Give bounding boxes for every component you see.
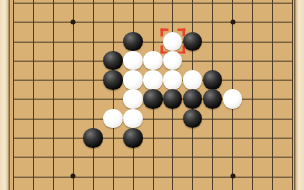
board-intersection[interactable] bbox=[183, 70, 203, 89]
board-intersection[interactable] bbox=[203, 32, 223, 51]
board-intersection[interactable] bbox=[23, 109, 43, 128]
board-intersection[interactable] bbox=[103, 12, 123, 31]
board-intersection[interactable] bbox=[63, 51, 83, 70]
board-intersection[interactable] bbox=[43, 147, 63, 166]
board-intersection[interactable] bbox=[183, 128, 203, 147]
board-intersection[interactable] bbox=[23, 0, 43, 12]
board-intersection[interactable] bbox=[63, 32, 83, 51]
board-intersection[interactable] bbox=[203, 109, 223, 128]
board-intersection[interactable] bbox=[203, 147, 223, 166]
board-intersection[interactable] bbox=[222, 51, 242, 70]
board-intersection[interactable] bbox=[222, 147, 242, 166]
board-intersection[interactable] bbox=[103, 128, 123, 147]
white-stone bbox=[143, 70, 163, 90]
white-stone bbox=[183, 70, 203, 90]
board-intersection[interactable] bbox=[183, 12, 203, 31]
board-intersection[interactable] bbox=[143, 70, 163, 89]
board-intersection[interactable] bbox=[183, 32, 203, 51]
board-intersection[interactable] bbox=[123, 147, 143, 166]
white-stone bbox=[143, 51, 163, 71]
board-intersection[interactable] bbox=[242, 51, 262, 70]
board-intersection[interactable] bbox=[203, 70, 223, 89]
board-intersection[interactable] bbox=[103, 32, 123, 51]
board-intersection[interactable] bbox=[23, 70, 43, 89]
board-intersection[interactable] bbox=[222, 128, 242, 147]
board-intersection[interactable] bbox=[63, 12, 83, 31]
black-stone bbox=[83, 128, 103, 148]
board-intersection[interactable] bbox=[83, 109, 103, 128]
board-intersection[interactable] bbox=[262, 0, 282, 12]
board-intersection[interactable] bbox=[222, 70, 242, 89]
board-intersection[interactable] bbox=[43, 32, 63, 51]
board-intersection[interactable] bbox=[43, 167, 63, 186]
board-intersection[interactable] bbox=[43, 51, 63, 70]
board-intersection[interactable] bbox=[242, 128, 262, 147]
stones-layer bbox=[3, 0, 302, 186]
board-intersection[interactable] bbox=[83, 51, 103, 70]
board-intersection[interactable] bbox=[23, 12, 43, 31]
black-stone bbox=[183, 32, 203, 52]
white-stone bbox=[123, 70, 143, 90]
board-intersection[interactable] bbox=[222, 167, 242, 186]
board-intersection[interactable] bbox=[123, 0, 143, 12]
board-intersection[interactable] bbox=[83, 32, 103, 51]
board-intersection[interactable] bbox=[123, 167, 143, 186]
board-intersection[interactable] bbox=[183, 167, 203, 186]
board-intersection[interactable] bbox=[183, 0, 203, 12]
board-intersection[interactable] bbox=[203, 128, 223, 147]
board-intersection[interactable] bbox=[103, 90, 123, 109]
board-intersection[interactable] bbox=[63, 70, 83, 89]
board-intersection[interactable] bbox=[262, 51, 282, 70]
board-intersection[interactable] bbox=[163, 51, 183, 70]
white-stone bbox=[163, 51, 183, 71]
board-intersection[interactable] bbox=[163, 109, 183, 128]
board-intersection[interactable] bbox=[43, 90, 63, 109]
board-right-edge bbox=[294, 0, 304, 190]
board-intersection[interactable] bbox=[262, 70, 282, 89]
board-intersection[interactable] bbox=[43, 109, 63, 128]
board-intersection[interactable] bbox=[242, 109, 262, 128]
black-stone bbox=[203, 89, 223, 109]
board-intersection[interactable] bbox=[123, 109, 143, 128]
board-intersection[interactable] bbox=[103, 70, 123, 89]
board-intersection[interactable] bbox=[262, 90, 282, 109]
board-intersection[interactable] bbox=[242, 12, 262, 31]
board-intersection[interactable] bbox=[203, 90, 223, 109]
board-intersection[interactable] bbox=[103, 147, 123, 166]
white-stone bbox=[103, 109, 123, 129]
board-intersection[interactable] bbox=[63, 147, 83, 166]
black-stone bbox=[123, 128, 143, 148]
board-intersection[interactable] bbox=[242, 90, 262, 109]
board-intersection[interactable] bbox=[83, 12, 103, 31]
board-intersection[interactable] bbox=[103, 109, 123, 128]
board-intersection[interactable] bbox=[23, 51, 43, 70]
board-intersection[interactable] bbox=[183, 51, 203, 70]
board-intersection[interactable] bbox=[63, 109, 83, 128]
white-stone bbox=[163, 70, 183, 90]
board-intersection[interactable] bbox=[63, 0, 83, 12]
board-intersection[interactable] bbox=[242, 32, 262, 51]
board-intersection[interactable] bbox=[242, 167, 262, 186]
board-intersection[interactable] bbox=[43, 0, 63, 12]
board-intersection[interactable] bbox=[123, 128, 143, 147]
board-intersection[interactable] bbox=[23, 32, 43, 51]
black-stone bbox=[103, 51, 123, 71]
board-intersection[interactable] bbox=[262, 147, 282, 166]
board-intersection[interactable] bbox=[43, 70, 63, 89]
board-intersection[interactable] bbox=[262, 32, 282, 51]
board-intersection[interactable] bbox=[163, 147, 183, 166]
goban-board bbox=[0, 0, 304, 190]
board-intersection[interactable] bbox=[242, 147, 262, 166]
board-intersection[interactable] bbox=[262, 12, 282, 31]
board-intersection[interactable] bbox=[203, 167, 223, 186]
board-intersection[interactable] bbox=[63, 128, 83, 147]
board-intersection[interactable] bbox=[103, 167, 123, 186]
board-intersection[interactable] bbox=[123, 70, 143, 89]
white-stone bbox=[123, 51, 143, 71]
board-intersection[interactable] bbox=[123, 51, 143, 70]
board-intersection[interactable] bbox=[23, 167, 43, 186]
board-intersection[interactable] bbox=[83, 128, 103, 147]
black-stone bbox=[183, 89, 203, 109]
board-intersection[interactable] bbox=[222, 32, 242, 51]
board-intersection[interactable] bbox=[183, 147, 203, 166]
board-intersection[interactable] bbox=[163, 167, 183, 186]
black-stone bbox=[143, 89, 163, 109]
board-intersection[interactable] bbox=[203, 51, 223, 70]
board-intersection[interactable] bbox=[63, 167, 83, 186]
board-intersection[interactable] bbox=[222, 0, 242, 12]
board-intersection[interactable] bbox=[63, 90, 83, 109]
board-intersection[interactable] bbox=[83, 70, 103, 89]
board-intersection[interactable] bbox=[163, 90, 183, 109]
black-stone bbox=[203, 70, 223, 90]
board-intersection[interactable] bbox=[262, 128, 282, 147]
white-stone bbox=[223, 89, 243, 109]
board-intersection[interactable] bbox=[103, 51, 123, 70]
board-intersection[interactable] bbox=[23, 128, 43, 147]
board-intersection[interactable] bbox=[222, 90, 242, 109]
board-intersection[interactable] bbox=[43, 128, 63, 147]
black-stone bbox=[183, 109, 203, 129]
board-intersection[interactable] bbox=[143, 167, 163, 186]
board-intersection[interactable] bbox=[23, 147, 43, 166]
board-intersection[interactable] bbox=[123, 12, 143, 31]
board-left-edge bbox=[0, 0, 10, 190]
black-stone bbox=[163, 89, 183, 109]
board-intersection[interactable] bbox=[143, 109, 163, 128]
board-intersection[interactable] bbox=[222, 12, 242, 31]
board-intersection[interactable] bbox=[163, 70, 183, 89]
white-stone bbox=[123, 89, 143, 109]
black-stone bbox=[123, 32, 143, 52]
board-intersection[interactable] bbox=[143, 51, 163, 70]
board-intersection[interactable] bbox=[83, 0, 103, 12]
board-intersection[interactable] bbox=[203, 0, 223, 12]
board-intersection[interactable] bbox=[143, 147, 163, 166]
board-intersection[interactable] bbox=[83, 90, 103, 109]
board-intersection[interactable] bbox=[103, 0, 123, 12]
board-intersection[interactable] bbox=[222, 109, 242, 128]
black-stone bbox=[103, 70, 123, 90]
board-intersection[interactable] bbox=[163, 32, 183, 51]
white-stone bbox=[123, 109, 143, 129]
board-intersection[interactable] bbox=[183, 90, 203, 109]
board-intersection[interactable] bbox=[123, 32, 143, 51]
board-intersection[interactable] bbox=[183, 109, 203, 128]
board-intersection[interactable] bbox=[262, 167, 282, 186]
board-intersection[interactable] bbox=[143, 0, 163, 12]
board-intersection[interactable] bbox=[143, 90, 163, 109]
board-intersection[interactable] bbox=[262, 109, 282, 128]
board-intersection[interactable] bbox=[123, 90, 143, 109]
white-stone bbox=[163, 32, 183, 52]
board-intersection[interactable] bbox=[242, 0, 262, 12]
board-intersection[interactable] bbox=[83, 147, 103, 166]
board-intersection[interactable] bbox=[83, 167, 103, 186]
board-intersection[interactable] bbox=[43, 12, 63, 31]
board-intersection[interactable] bbox=[163, 128, 183, 147]
board-intersection[interactable] bbox=[242, 70, 262, 89]
board-intersection[interactable] bbox=[203, 12, 223, 31]
board-intersection[interactable] bbox=[143, 128, 163, 147]
board-intersection[interactable] bbox=[23, 90, 43, 109]
board-intersection[interactable] bbox=[163, 0, 183, 12]
